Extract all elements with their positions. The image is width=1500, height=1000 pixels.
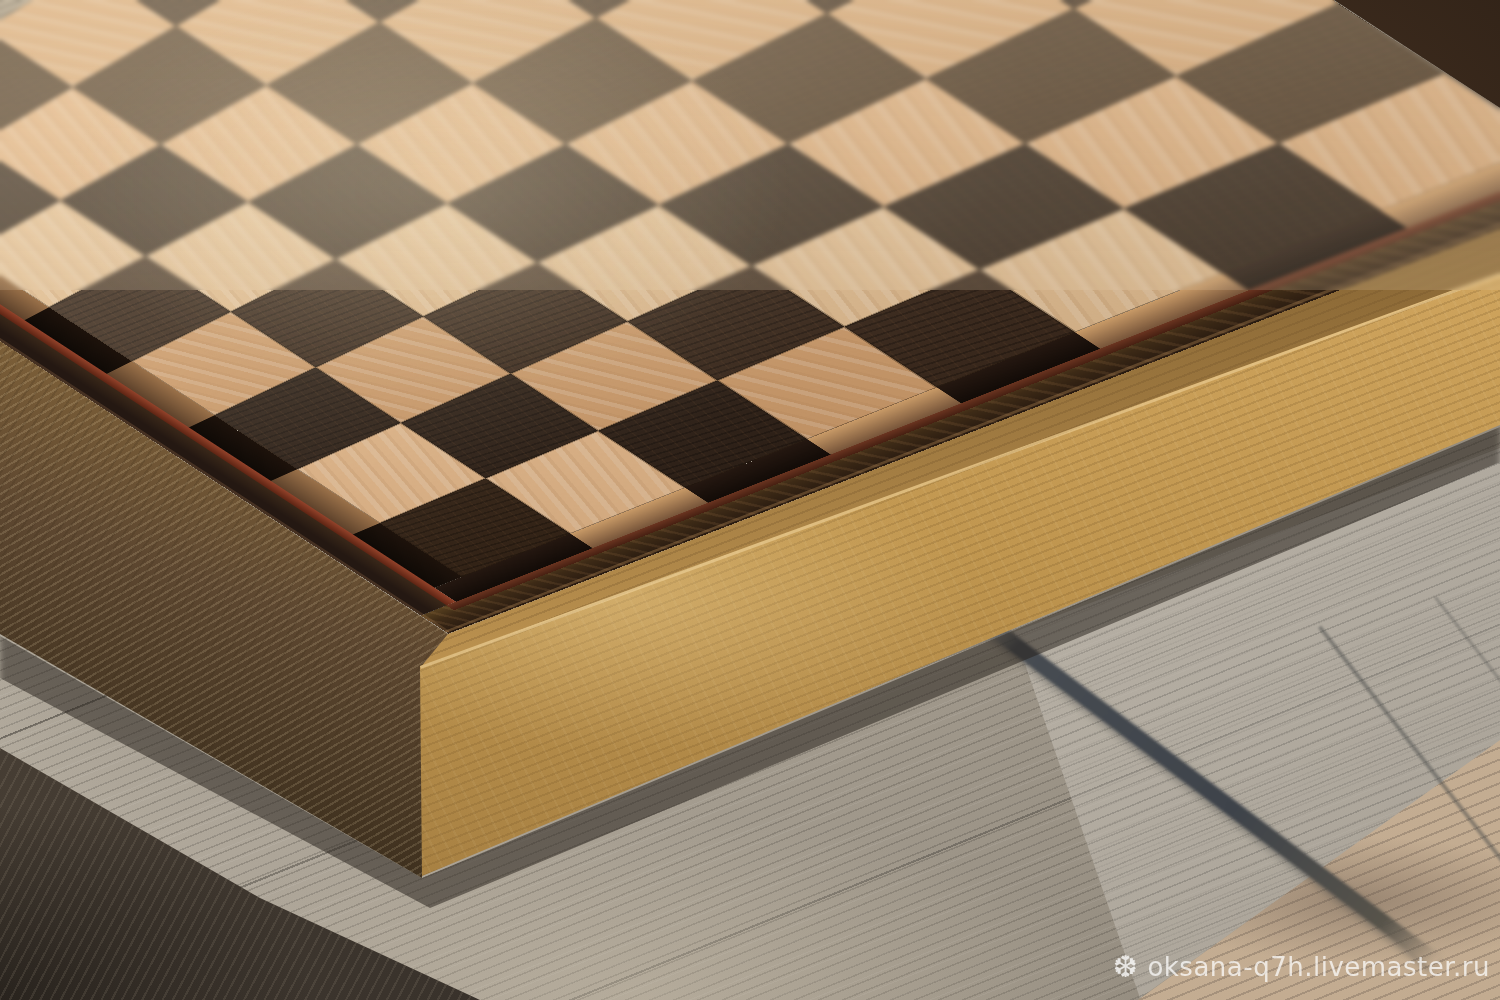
board-square bbox=[146, 202, 336, 312]
board-square bbox=[627, 266, 844, 380]
board-square bbox=[379, 0, 595, 83]
board-square bbox=[926, 9, 1176, 144]
board-square bbox=[316, 316, 511, 422]
board-square bbox=[231, 259, 424, 367]
board-square bbox=[971, 0, 1232, 9]
board-square bbox=[473, 18, 692, 144]
watermark: ❆ oksana-q7h.livemaster.ru bbox=[1113, 952, 1490, 982]
board-square bbox=[357, 83, 566, 203]
board-square bbox=[728, 0, 972, 13]
board-square bbox=[401, 374, 598, 479]
board-square bbox=[266, 22, 472, 144]
board-square bbox=[1025, 76, 1278, 209]
board-square bbox=[447, 144, 659, 262]
board-square bbox=[788, 79, 1025, 207]
board-square bbox=[752, 207, 980, 327]
board-square bbox=[0, 145, 60, 253]
board-square bbox=[73, 26, 267, 145]
board-square bbox=[692, 13, 926, 143]
board-square bbox=[1074, 0, 1339, 76]
board-square bbox=[511, 321, 718, 430]
board-square bbox=[160, 85, 357, 202]
watermark-text: oksana-q7h.livemaster.ru bbox=[1147, 952, 1490, 982]
board-square bbox=[0, 0, 176, 87]
board-square bbox=[500, 0, 728, 18]
board-square bbox=[286, 0, 500, 22]
board-square bbox=[336, 203, 538, 316]
photo-scene: ❆ oksana-q7h.livemaster.ru bbox=[0, 0, 1500, 1000]
board-square bbox=[659, 144, 884, 266]
board-square bbox=[827, 0, 1074, 79]
board-square bbox=[248, 144, 447, 259]
board-square bbox=[423, 262, 627, 373]
board-square bbox=[0, 87, 160, 200]
snowflake-icon: ❆ bbox=[1113, 952, 1139, 982]
board-square bbox=[884, 144, 1124, 270]
board-square bbox=[0, 30, 73, 145]
board-square bbox=[596, 0, 827, 81]
board-square bbox=[566, 81, 788, 205]
board-square bbox=[537, 205, 751, 321]
board-square bbox=[176, 0, 379, 85]
board-square bbox=[85, 0, 286, 26]
board-square bbox=[60, 145, 248, 257]
